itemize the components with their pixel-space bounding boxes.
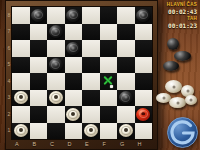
- captured-black-piece: [167, 38, 179, 50]
- square-d6[interactable]: [65, 40, 83, 57]
- square-d7[interactable]: [65, 24, 83, 41]
- piece-center-dot: [142, 112, 146, 116]
- piece-white-c3[interactable]: [49, 91, 63, 104]
- square-c5[interactable]: [47, 57, 65, 74]
- square-e5[interactable]: [82, 57, 100, 74]
- piece-center-dot: [124, 96, 127, 99]
- square-f6[interactable]: [100, 40, 118, 57]
- square-f1[interactable]: [100, 123, 118, 140]
- square-g7[interactable]: [117, 24, 135, 41]
- piece-center-dot: [124, 128, 128, 132]
- square-b4[interactable]: [30, 73, 48, 90]
- piece-center-dot: [142, 13, 145, 16]
- main-time-label: HLAVNÍ ČAS: [167, 2, 197, 8]
- file-label-d: D: [65, 139, 83, 150]
- file-label-a: A: [12, 139, 30, 150]
- publisher-logo: [166, 116, 199, 149]
- piece-white-a1[interactable]: [14, 124, 28, 137]
- piece-center-dot: [71, 112, 75, 116]
- square-h2[interactable]: [135, 106, 153, 123]
- piece-black-g3[interactable]: [119, 91, 133, 104]
- square-h3[interactable]: [135, 90, 153, 107]
- square-h4[interactable]: [135, 73, 153, 90]
- file-label-c: C: [47, 139, 65, 150]
- square-a8[interactable]: [12, 7, 30, 24]
- square-h5[interactable]: [135, 57, 153, 74]
- square-g5[interactable]: [117, 57, 135, 74]
- square-f3[interactable]: [100, 90, 118, 107]
- file-label-h: H: [135, 139, 153, 150]
- captured-black-piece: [174, 51, 191, 61]
- square-g3[interactable]: [117, 90, 135, 107]
- square-e4[interactable]: [82, 73, 100, 90]
- file-labels: ABCDEFGH: [12, 139, 152, 150]
- piece-center-dot: [54, 30, 57, 33]
- square-e6[interactable]: [82, 40, 100, 57]
- square-c2[interactable]: [47, 106, 65, 123]
- square-g2[interactable]: [117, 106, 135, 123]
- square-f7[interactable]: [100, 24, 118, 41]
- square-h6[interactable]: [135, 40, 153, 57]
- square-c1[interactable]: [47, 123, 65, 140]
- clock-panel: HLAVNÍ ČAS 00:02:43 TAH 00:01:23: [167, 2, 197, 30]
- move-time-value: 00:01:23: [167, 22, 197, 30]
- square-f4[interactable]: [100, 73, 118, 90]
- piece-center-dot: [89, 128, 93, 132]
- captured-black-piece: [163, 61, 179, 71]
- square-e1[interactable]: [82, 123, 100, 140]
- piece-black-b8[interactable]: [31, 9, 45, 22]
- board-frame: 87654321 ABCDEFGH: [5, 0, 158, 150]
- piece-center-dot: [54, 63, 57, 66]
- square-g1[interactable]: [117, 123, 135, 140]
- piece-black-c5[interactable]: [49, 58, 63, 71]
- board: [12, 7, 152, 139]
- captured-white-piece: [169, 97, 186, 108]
- square-e7[interactable]: [82, 24, 100, 41]
- piece-white-e1[interactable]: [84, 124, 98, 137]
- square-h8[interactable]: [135, 7, 153, 24]
- square-e2[interactable]: [82, 106, 100, 123]
- piece-center-dot: [19, 128, 23, 132]
- g-swirl-icon: [166, 116, 199, 149]
- square-d5[interactable]: [65, 57, 83, 74]
- square-a3[interactable]: [12, 90, 30, 107]
- square-d3[interactable]: [65, 90, 83, 107]
- square-a1[interactable]: [12, 123, 30, 140]
- piece-white-d2[interactable]: [66, 108, 80, 121]
- piece-black-h8[interactable]: [136, 9, 150, 22]
- square-d4[interactable]: [65, 73, 83, 90]
- piece-red-h2[interactable]: [136, 108, 150, 121]
- square-a7[interactable]: [12, 24, 30, 41]
- square-a5[interactable]: [12, 57, 30, 74]
- square-b1[interactable]: [30, 123, 48, 140]
- square-a2[interactable]: [12, 106, 30, 123]
- captured-white-piece: [165, 80, 182, 93]
- square-g8[interactable]: [117, 7, 135, 24]
- square-h1[interactable]: [135, 123, 153, 140]
- square-f2[interactable]: [100, 106, 118, 123]
- square-g6[interactable]: [117, 40, 135, 57]
- square-c8[interactable]: [47, 7, 65, 24]
- square-e3[interactable]: [82, 90, 100, 107]
- square-b7[interactable]: [30, 24, 48, 41]
- square-a6[interactable]: [12, 40, 30, 57]
- square-b6[interactable]: [30, 40, 48, 57]
- square-b8[interactable]: [30, 7, 48, 24]
- square-d2[interactable]: [65, 106, 83, 123]
- captured-white-piece: [185, 95, 197, 105]
- main-time-value: 00:02:43: [167, 8, 197, 16]
- square-c4[interactable]: [47, 73, 65, 90]
- game-table: 87654321 ABCDEFGH HLAVNÍ ČAS 00:02:43 TA…: [0, 0, 200, 150]
- square-c3[interactable]: [47, 90, 65, 107]
- file-label-e: E: [82, 139, 100, 150]
- cursor-x-icon: [102, 75, 114, 86]
- square-e8[interactable]: [82, 7, 100, 24]
- square-h7[interactable]: [135, 24, 153, 41]
- piece-center-dot: [54, 95, 58, 99]
- piece-center-dot: [72, 46, 75, 49]
- piece-center-dot: [19, 95, 23, 99]
- square-f8[interactable]: [100, 7, 118, 24]
- piece-black-c7[interactable]: [49, 25, 63, 38]
- file-label-g: G: [117, 139, 135, 150]
- square-d1[interactable]: [65, 123, 83, 140]
- file-label-f: F: [100, 139, 118, 150]
- piece-black-d8[interactable]: [66, 9, 80, 22]
- square-g4[interactable]: [117, 73, 135, 90]
- square-b5[interactable]: [30, 57, 48, 74]
- square-d8[interactable]: [65, 7, 83, 24]
- square-a4[interactable]: [12, 73, 30, 90]
- square-c6[interactable]: [47, 40, 65, 57]
- piece-center-dot: [37, 13, 40, 16]
- piece-white-g1[interactable]: [119, 124, 133, 137]
- piece-center-dot: [72, 13, 75, 16]
- piece-white-a3[interactable]: [14, 91, 28, 104]
- file-label-b: B: [30, 139, 48, 150]
- square-c7[interactable]: [47, 24, 65, 41]
- piece-black-d6[interactable]: [66, 42, 80, 55]
- square-b2[interactable]: [30, 106, 48, 123]
- cursor-spark: [110, 85, 113, 88]
- square-b3[interactable]: [30, 90, 48, 107]
- square-f5[interactable]: [100, 57, 118, 74]
